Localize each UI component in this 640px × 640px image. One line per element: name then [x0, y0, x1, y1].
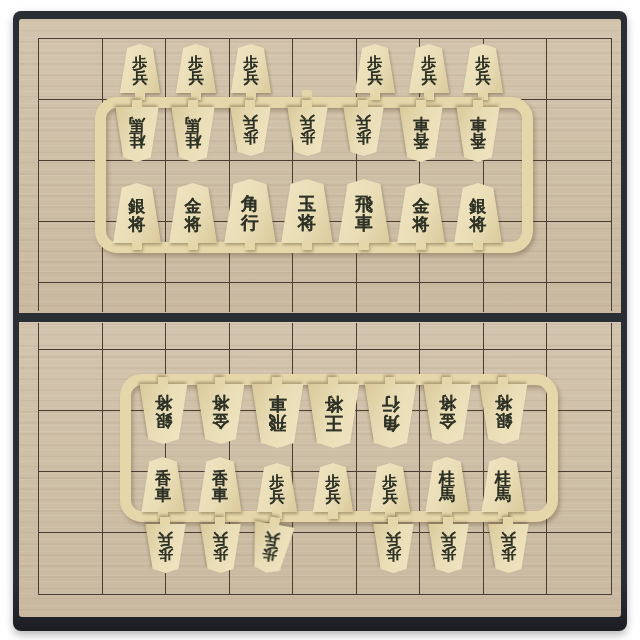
- shogi-set-photo: 歩兵歩兵歩兵歩兵歩兵歩兵桂馬桂馬歩兵歩兵歩兵香車香車銀将金将角行玉将飛車金将銀将…: [0, 0, 640, 640]
- piece-kanji: 馬: [185, 116, 201, 132]
- piece-kanji: 将: [129, 216, 146, 233]
- piece-pawn[interactable]: 歩兵: [427, 524, 470, 573]
- piece-knight[interactable]: 桂馬: [424, 457, 470, 512]
- piece-face: 歩兵: [462, 44, 505, 93]
- piece-face: 歩兵: [312, 463, 355, 512]
- board-cell: [39, 222, 103, 283]
- piece-kanji: 桂: [185, 132, 201, 148]
- piece-face: 香車: [398, 107, 444, 162]
- piece-gold-general[interactable]: 金将: [195, 384, 246, 444]
- piece-kanji: 兵: [476, 71, 491, 86]
- piece-kanji: 馬: [129, 116, 145, 132]
- board-cell: [484, 323, 548, 350]
- piece-face: 歩兵: [372, 524, 415, 573]
- piece-face: 歩兵: [408, 44, 451, 93]
- piece-face: 銀将: [112, 183, 163, 243]
- piece-lance[interactable]: 香車: [398, 107, 444, 162]
- board-cell: [293, 283, 357, 312]
- piece-kanji: 角: [241, 195, 259, 213]
- piece-kanji: 兵: [158, 531, 173, 546]
- piece-face: 香車: [140, 457, 186, 512]
- piece-rook[interactable]: 飛車: [250, 384, 305, 448]
- piece-face: 香車: [197, 457, 243, 512]
- piece-kanji: 兵: [213, 531, 228, 546]
- piece-pawn[interactable]: 歩兵: [312, 463, 355, 512]
- board-cell: [39, 411, 103, 472]
- piece-pawn[interactable]: 歩兵: [175, 44, 218, 93]
- piece-pawn[interactable]: 歩兵: [199, 524, 242, 573]
- piece-kanji: 兵: [270, 490, 285, 505]
- board-cell: [103, 283, 167, 312]
- piece-pawn[interactable]: 歩兵: [256, 463, 299, 512]
- piece-knight[interactable]: 桂馬: [114, 107, 160, 162]
- piece-face: 香車: [455, 107, 501, 162]
- piece-face: 歩兵: [230, 44, 273, 93]
- piece-face: 金将: [168, 183, 219, 243]
- board-cell: [293, 323, 357, 350]
- board-cell: [547, 39, 611, 100]
- piece-pawn[interactable]: 歩兵: [119, 44, 162, 93]
- piece-face: 金将: [422, 384, 473, 444]
- piece-lance[interactable]: 香車: [140, 457, 186, 512]
- piece-face: 桂馬: [480, 457, 526, 512]
- piece-kanji: 車: [413, 116, 429, 132]
- board-cell: [39, 161, 103, 222]
- piece-kanji: 車: [355, 214, 373, 232]
- piece-kanji: 将: [413, 216, 430, 233]
- piece-face: 歩兵: [119, 44, 162, 93]
- piece-face: 銀将: [138, 384, 189, 444]
- piece-king[interactable]: 王将: [306, 384, 361, 448]
- piece-bishop[interactable]: 角行: [223, 179, 278, 243]
- piece-face: 玉将: [280, 179, 335, 243]
- piece-silver-general[interactable]: 銀将: [112, 183, 163, 243]
- piece-kanji: 将: [439, 394, 456, 411]
- piece-kanji: 行: [241, 214, 259, 232]
- piece-face: 角行: [363, 384, 418, 448]
- piece-face: 飛車: [337, 179, 392, 243]
- board-cell: [39, 323, 103, 350]
- piece-face: 角行: [223, 179, 278, 243]
- piece-face: 歩兵: [175, 44, 218, 93]
- piece-knight[interactable]: 桂馬: [170, 107, 216, 162]
- piece-gold-general[interactable]: 金将: [168, 183, 219, 243]
- piece-kanji: 銀: [129, 198, 146, 215]
- piece-kanji: 歩: [441, 546, 456, 561]
- piece-kanji: 角: [381, 414, 399, 432]
- piece-gold-general[interactable]: 金将: [396, 183, 447, 243]
- piece-knight[interactable]: 桂馬: [480, 457, 526, 512]
- piece-kanji: 車: [212, 487, 228, 503]
- piece-kanji: 金: [413, 198, 430, 215]
- piece-kanji: 銀: [495, 412, 512, 429]
- piece-pawn[interactable]: 歩兵: [487, 524, 530, 573]
- board-cell: [166, 283, 230, 312]
- board-cell: [230, 283, 294, 312]
- piece-kanji: 銀: [470, 198, 487, 215]
- piece-kanji: 将: [185, 216, 202, 233]
- board-cell: [166, 323, 230, 350]
- piece-kanji: 将: [212, 394, 229, 411]
- piece-face: 銀将: [453, 183, 504, 243]
- board-cell: [39, 283, 103, 312]
- piece-face: 歩兵: [286, 107, 329, 156]
- piece-kanji: 将: [470, 216, 487, 233]
- board-cell: [547, 323, 611, 350]
- board-cell: [547, 283, 611, 312]
- piece-kanji: 飛: [268, 414, 286, 432]
- board-cell: [484, 283, 548, 312]
- piece-lance[interactable]: 香車: [197, 457, 243, 512]
- piece-kanji: 金: [185, 198, 202, 215]
- piece-face: 歩兵: [199, 524, 242, 573]
- piece-face: 歩兵: [342, 107, 385, 156]
- piece-kanji: 金: [439, 412, 456, 429]
- board-cell: [103, 323, 167, 350]
- piece-kanji: 兵: [244, 71, 259, 86]
- piece-pawn[interactable]: 歩兵: [408, 44, 451, 93]
- piece-pawn[interactable]: 歩兵: [245, 521, 296, 577]
- piece-kanji: 兵: [368, 71, 383, 86]
- piece-face: 飛車: [250, 384, 305, 448]
- piece-face: 桂馬: [424, 457, 470, 512]
- piece-pawn[interactable]: 歩兵: [230, 44, 273, 93]
- piece-king-jeweled[interactable]: 玉将: [280, 179, 335, 243]
- piece-kanji: 金: [212, 412, 229, 429]
- piece-kanji: 兵: [133, 71, 148, 86]
- piece-kanji: 歩: [386, 546, 401, 561]
- piece-face: 金将: [396, 183, 447, 243]
- piece-kanji: 桂: [129, 132, 145, 148]
- piece-gold-general[interactable]: 金将: [422, 384, 473, 444]
- piece-kanji: 馬: [439, 487, 455, 503]
- piece-face: 銀将: [478, 384, 529, 444]
- board-cell: [293, 533, 357, 595]
- piece-face: 歩兵: [245, 521, 296, 577]
- piece-kanji: 歩: [158, 546, 173, 561]
- piece-face: 歩兵: [487, 524, 530, 573]
- piece-face: 歩兵: [256, 463, 299, 512]
- board-cell: [39, 39, 103, 100]
- board-cell: [39, 472, 103, 533]
- board-cell: [357, 323, 421, 350]
- piece-kanji: 香: [413, 132, 429, 148]
- piece-pawn[interactable]: 歩兵: [462, 44, 505, 93]
- piece-kanji: 将: [155, 394, 172, 411]
- piece-pawn[interactable]: 歩兵: [286, 107, 329, 156]
- piece-face: 王将: [306, 384, 361, 448]
- piece-kanji: 歩: [501, 546, 516, 561]
- piece-lance[interactable]: 香車: [455, 107, 501, 162]
- piece-kanji: 歩: [213, 546, 228, 561]
- piece-face: 歩兵: [144, 524, 187, 573]
- piece-kanji: 玉: [298, 195, 316, 213]
- piece-face: 歩兵: [229, 107, 272, 156]
- piece-pawn[interactable]: 歩兵: [342, 107, 385, 156]
- piece-kanji: 香: [470, 132, 486, 148]
- board-cell: [547, 222, 611, 283]
- piece-kanji: 兵: [300, 114, 315, 129]
- piece-rook[interactable]: 飛車: [337, 179, 392, 243]
- piece-face: 桂馬: [114, 107, 160, 162]
- piece-kanji: 兵: [243, 114, 258, 129]
- piece-silver-general[interactable]: 銀将: [478, 384, 529, 444]
- piece-kanji: 兵: [189, 71, 204, 86]
- board-cell: [230, 323, 294, 350]
- piece-pawn[interactable]: 歩兵: [372, 524, 415, 573]
- board-cell: [39, 100, 103, 161]
- board-cell: [39, 350, 103, 411]
- piece-face: 桂馬: [170, 107, 216, 162]
- piece-kanji: 将: [324, 395, 342, 413]
- piece-kanji: 馬: [495, 487, 511, 503]
- board-cell: [547, 100, 611, 161]
- board-cell: [39, 533, 103, 595]
- piece-kanji: 歩: [243, 129, 258, 144]
- piece-kanji: 飛: [355, 195, 373, 213]
- piece-kanji: 兵: [422, 71, 437, 86]
- piece-kanji: 車: [155, 487, 171, 503]
- piece-face: 金将: [195, 384, 246, 444]
- piece-face: 歩兵: [369, 463, 412, 512]
- piece-kanji: 歩: [356, 129, 371, 144]
- board-cell: [420, 283, 484, 312]
- piece-kanji: 兵: [263, 530, 280, 548]
- piece-pawn[interactable]: 歩兵: [229, 107, 272, 156]
- piece-kanji: 行: [381, 395, 399, 413]
- piece-kanji: 王: [324, 414, 342, 432]
- piece-kanji: 将: [495, 394, 512, 411]
- piece-kanji: 車: [268, 395, 286, 413]
- board-cell: [357, 283, 421, 312]
- piece-bishop[interactable]: 角行: [363, 384, 418, 448]
- sprue-empty-tab: [302, 90, 312, 99]
- piece-silver-general[interactable]: 銀将: [453, 183, 504, 243]
- piece-face: 歩兵: [427, 524, 470, 573]
- piece-face: 歩兵: [354, 44, 397, 93]
- piece-kanji: 歩: [300, 129, 315, 144]
- piece-kanji: 兵: [383, 490, 398, 505]
- piece-kanji: 兵: [356, 114, 371, 129]
- piece-silver-general[interactable]: 銀将: [138, 384, 189, 444]
- piece-kanji: 兵: [386, 531, 401, 546]
- board-cell: [547, 533, 611, 595]
- board-cell: [547, 161, 611, 222]
- piece-pawn[interactable]: 歩兵: [369, 463, 412, 512]
- piece-kanji: 兵: [326, 490, 341, 505]
- piece-kanji: 将: [298, 214, 316, 232]
- board-cell: [420, 323, 484, 350]
- piece-kanji: 車: [470, 116, 486, 132]
- piece-kanji: 銀: [155, 412, 172, 429]
- piece-kanji: 兵: [501, 531, 516, 546]
- piece-pawn[interactable]: 歩兵: [354, 44, 397, 93]
- piece-kanji: 兵: [441, 531, 456, 546]
- piece-pawn[interactable]: 歩兵: [144, 524, 187, 573]
